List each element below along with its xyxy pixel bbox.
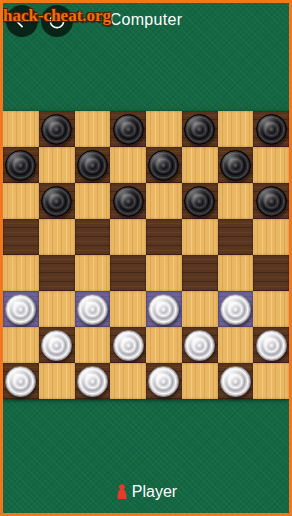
white-piece[interactable]	[148, 294, 179, 325]
square-r0c1[interactable]	[39, 111, 75, 147]
black-piece[interactable]	[113, 186, 144, 217]
black-piece[interactable]	[148, 150, 179, 181]
square-r4c2	[75, 255, 111, 291]
square-r4c3[interactable]	[110, 255, 146, 291]
black-piece[interactable]	[256, 186, 287, 217]
square-r0c7[interactable]	[253, 111, 289, 147]
square-r7c3	[110, 363, 146, 399]
square-r5c7	[253, 291, 289, 327]
opponent-label: Computer	[3, 10, 289, 30]
square-r5c2[interactable]	[75, 291, 111, 327]
square-r7c6[interactable]	[218, 363, 254, 399]
square-r7c7	[253, 363, 289, 399]
square-r3c7	[253, 219, 289, 255]
square-r2c1[interactable]	[39, 183, 75, 219]
white-piece[interactable]	[113, 330, 144, 361]
square-r0c0	[3, 111, 39, 147]
black-piece[interactable]	[77, 150, 108, 181]
square-r4c6	[218, 255, 254, 291]
square-r3c1	[39, 219, 75, 255]
square-r0c3[interactable]	[110, 111, 146, 147]
player-bar: Player	[3, 482, 289, 502]
black-piece[interactable]	[256, 114, 287, 145]
square-r7c5	[182, 363, 218, 399]
square-r7c4[interactable]	[146, 363, 182, 399]
square-r1c2[interactable]	[75, 147, 111, 183]
square-r7c1	[39, 363, 75, 399]
square-r5c5	[182, 291, 218, 327]
square-r0c4	[146, 111, 182, 147]
white-piece[interactable]	[256, 330, 287, 361]
square-r5c0[interactable]	[3, 291, 39, 327]
square-r3c2[interactable]	[75, 219, 111, 255]
square-r6c4	[146, 327, 182, 363]
square-r7c0[interactable]	[3, 363, 39, 399]
square-r5c6[interactable]	[218, 291, 254, 327]
square-r3c6[interactable]	[218, 219, 254, 255]
square-r7c2[interactable]	[75, 363, 111, 399]
square-r0c2	[75, 111, 111, 147]
square-r0c6	[218, 111, 254, 147]
square-r4c4	[146, 255, 182, 291]
square-r0c5[interactable]	[182, 111, 218, 147]
white-piece[interactable]	[220, 294, 251, 325]
square-r2c6	[218, 183, 254, 219]
square-r2c5[interactable]	[182, 183, 218, 219]
square-r3c4[interactable]	[146, 219, 182, 255]
player-pawn-icon	[115, 483, 129, 501]
square-r1c4[interactable]	[146, 147, 182, 183]
square-r6c6	[218, 327, 254, 363]
square-r3c3	[110, 219, 146, 255]
black-piece[interactable]	[113, 114, 144, 145]
square-r5c3	[110, 291, 146, 327]
white-piece[interactable]	[5, 294, 36, 325]
black-piece[interactable]	[184, 186, 215, 217]
square-r5c1	[39, 291, 75, 327]
white-piece[interactable]	[77, 294, 108, 325]
square-r6c2	[75, 327, 111, 363]
square-r4c5[interactable]	[182, 255, 218, 291]
square-r6c5[interactable]	[182, 327, 218, 363]
white-piece[interactable]	[5, 366, 36, 397]
white-piece[interactable]	[220, 366, 251, 397]
black-piece[interactable]	[41, 186, 72, 217]
square-r6c3[interactable]	[110, 327, 146, 363]
square-r4c7[interactable]	[253, 255, 289, 291]
square-r3c0[interactable]	[3, 219, 39, 255]
square-r3c5	[182, 219, 218, 255]
black-piece[interactable]	[5, 150, 36, 181]
square-r4c0	[3, 255, 39, 291]
white-piece[interactable]	[184, 330, 215, 361]
square-r1c1	[39, 147, 75, 183]
black-piece[interactable]	[41, 114, 72, 145]
white-piece[interactable]	[148, 366, 179, 397]
square-r2c7[interactable]	[253, 183, 289, 219]
white-piece[interactable]	[41, 330, 72, 361]
square-r2c0	[3, 183, 39, 219]
square-r2c2	[75, 183, 111, 219]
black-piece[interactable]	[184, 114, 215, 145]
player-label: Player	[132, 482, 177, 502]
square-r6c0	[3, 327, 39, 363]
square-r1c6[interactable]	[218, 147, 254, 183]
square-r1c7	[253, 147, 289, 183]
square-r1c3	[110, 147, 146, 183]
square-r5c4[interactable]	[146, 291, 182, 327]
checkers-board[interactable]	[3, 111, 289, 399]
black-piece[interactable]	[220, 150, 251, 181]
white-piece[interactable]	[77, 366, 108, 397]
square-r1c5	[182, 147, 218, 183]
square-r2c4	[146, 183, 182, 219]
square-r6c1[interactable]	[39, 327, 75, 363]
app-window: hack-cheat.org Computer Player	[0, 0, 292, 516]
square-r4c1[interactable]	[39, 255, 75, 291]
square-r1c0[interactable]	[3, 147, 39, 183]
square-r2c3[interactable]	[110, 183, 146, 219]
square-r6c7[interactable]	[253, 327, 289, 363]
